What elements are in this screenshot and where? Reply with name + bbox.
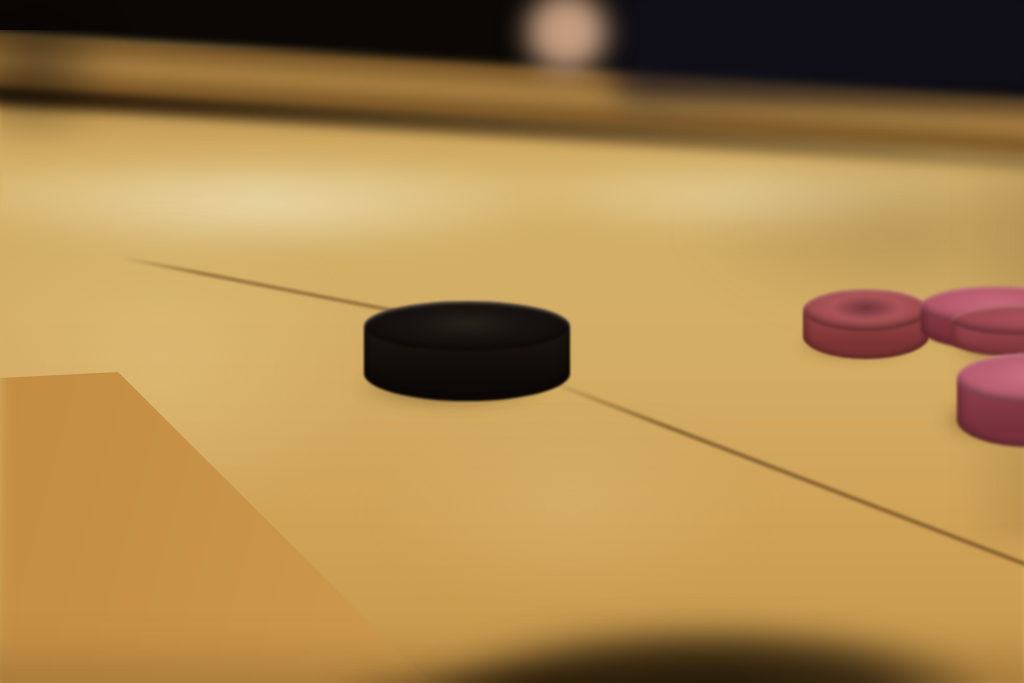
red-disc-3[interactable] bbox=[952, 305, 1024, 357]
red-disc-4[interactable] bbox=[957, 353, 1024, 447]
black-puck[interactable] bbox=[364, 301, 570, 401]
red-disc-1-top-face bbox=[803, 289, 929, 331]
black-puck-top-face bbox=[364, 301, 570, 351]
red-disc-1[interactable] bbox=[803, 289, 929, 359]
shuffleboard-photo-scene bbox=[0, 0, 1024, 683]
